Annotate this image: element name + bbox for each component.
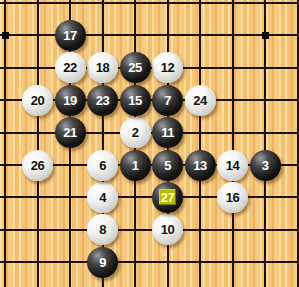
- star-point: [2, 32, 9, 39]
- go-board[interactable]: 1234567891011121314151617181920212223242…: [0, 0, 299, 287]
- grid-vline: [4, 0, 6, 287]
- stone-black-19: 19: [55, 85, 86, 116]
- grid-vline: [199, 0, 201, 287]
- stone-black-5: 5: [152, 150, 183, 181]
- move-number: 9: [99, 256, 106, 269]
- move-number: 14: [226, 159, 239, 172]
- grid-vline: [264, 0, 266, 287]
- grid-vline: [297, 0, 299, 287]
- grid-vline: [232, 0, 234, 287]
- stone-white-22: 22: [55, 52, 86, 83]
- move-number: 17: [63, 29, 76, 42]
- grid-hline: [0, 229, 299, 231]
- move-number: 10: [161, 223, 174, 236]
- move-number: 23: [96, 94, 109, 107]
- move-number: 11: [161, 126, 174, 139]
- move-number: 6: [99, 159, 106, 172]
- stone-black-1: 1: [120, 150, 151, 181]
- star-point: [262, 32, 269, 39]
- stone-white-24: 24: [185, 85, 216, 116]
- last-move-highlight: 27: [159, 189, 176, 205]
- stone-black-25: 25: [120, 52, 151, 83]
- stone-black-7: 7: [152, 85, 183, 116]
- move-number: 18: [96, 61, 109, 74]
- move-number: 24: [193, 94, 206, 107]
- move-number: 27: [161, 191, 174, 204]
- move-number: 20: [31, 94, 44, 107]
- stone-black-21: 21: [55, 117, 86, 148]
- move-number: 1: [132, 159, 139, 172]
- stone-black-17: 17: [55, 20, 86, 51]
- move-number: 8: [99, 223, 106, 236]
- move-number: 5: [164, 159, 171, 172]
- move-number: 25: [128, 61, 141, 74]
- stone-black-13: 13: [185, 150, 216, 181]
- move-number: 7: [164, 94, 171, 107]
- stone-white-4: 4: [87, 182, 118, 213]
- stone-white-10: 10: [152, 214, 183, 245]
- stone-white-14: 14: [217, 150, 248, 181]
- stone-white-8: 8: [87, 214, 118, 245]
- grid-hline: [0, 2, 299, 4]
- stone-white-2: 2: [120, 117, 151, 148]
- move-number: 19: [63, 94, 76, 107]
- move-number: 21: [63, 126, 76, 139]
- stone-black-11: 11: [152, 117, 183, 148]
- move-number: 13: [193, 159, 206, 172]
- stone-white-16: 16: [217, 182, 248, 213]
- stone-black-15: 15: [120, 85, 151, 116]
- grid-hline: [0, 261, 299, 263]
- move-number: 2: [132, 126, 139, 139]
- stone-white-6: 6: [87, 150, 118, 181]
- stone-black-9: 9: [87, 247, 118, 278]
- grid-hline: [0, 34, 299, 36]
- move-number: 4: [99, 191, 106, 204]
- stone-white-26: 26: [22, 150, 53, 181]
- grid-hline: [0, 196, 299, 198]
- move-number: 3: [262, 159, 269, 172]
- grid-vline: [37, 0, 39, 287]
- stone-white-12: 12: [152, 52, 183, 83]
- stone-black-3: 3: [250, 150, 281, 181]
- move-number: 16: [226, 191, 239, 204]
- stone-white-20: 20: [22, 85, 53, 116]
- stone-black-27: 27: [152, 182, 183, 213]
- stone-white-18: 18: [87, 52, 118, 83]
- move-number: 22: [63, 61, 76, 74]
- move-number: 26: [31, 159, 44, 172]
- stone-black-23: 23: [87, 85, 118, 116]
- move-number: 12: [161, 61, 174, 74]
- move-number: 15: [128, 94, 141, 107]
